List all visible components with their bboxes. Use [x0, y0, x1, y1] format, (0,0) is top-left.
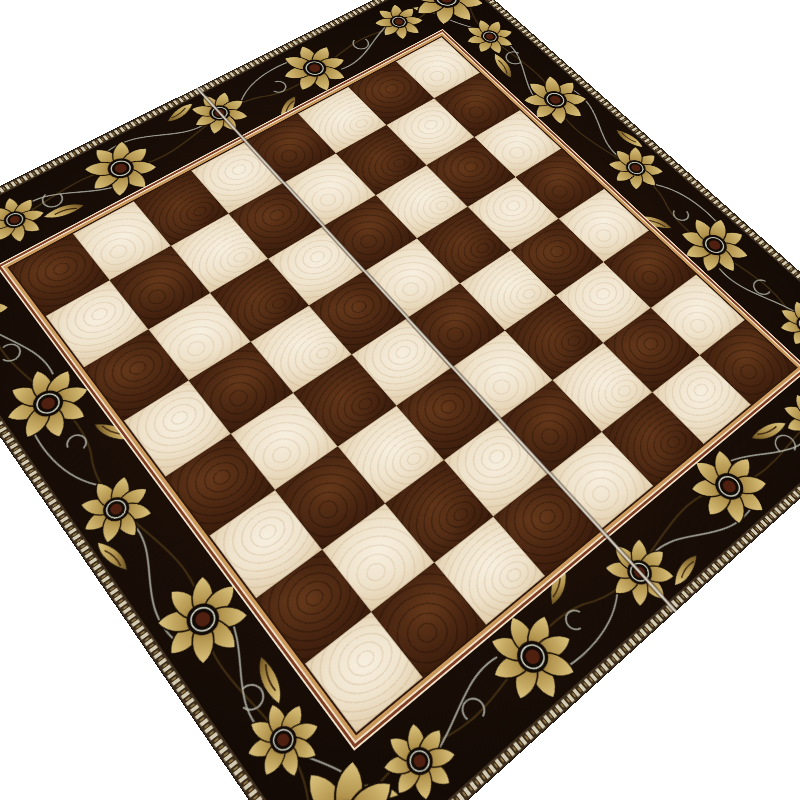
product-photo-background: [0, 0, 800, 800]
chess-board: [0, 0, 800, 800]
